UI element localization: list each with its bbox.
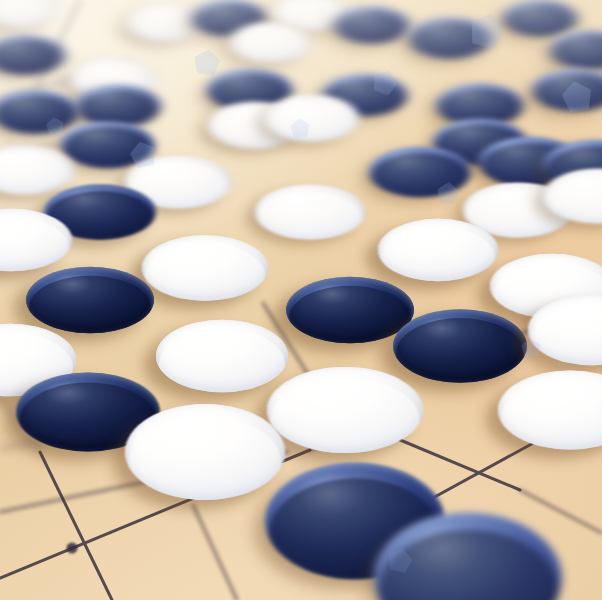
white-stone: ●: [255, 185, 365, 240]
stone-glyph: ●: [369, 147, 471, 198]
stone-glyph: ●: [0, 90, 79, 134]
black-stone: ●: [502, 0, 578, 37]
stone-glyph: ●: [156, 320, 288, 393]
stone-glyph: ●: [61, 122, 155, 169]
black-stone: ●: [334, 6, 410, 44]
black-stone: ●: [408, 17, 492, 59]
white-stone: ●: [156, 320, 288, 393]
stone-glyph: ●: [0, 0, 58, 27]
stone-glyph: ●: [265, 95, 359, 142]
stone-glyph: ●: [502, 0, 578, 37]
stone-glyph: ●: [125, 404, 285, 500]
black-stone: ●: [393, 309, 527, 383]
stone-glyph: ●: [255, 185, 365, 240]
black-stone: ●: [0, 90, 79, 134]
white-stone: ●: [125, 404, 285, 500]
black-stone: ●: [61, 122, 155, 169]
stone-glyph: ●: [127, 3, 203, 41]
white-stone: ●: [267, 367, 423, 453]
white-stone: ●: [378, 219, 498, 281]
stones-layer: ●●●●●●●●●●●●●●●●●●●●●●●●●●●●●●●●●●●●●●●●…: [0, 0, 602, 600]
white-stone: ●: [127, 3, 203, 41]
stone-glyph: ●: [0, 35, 65, 75]
stone-glyph: ●: [267, 367, 423, 453]
stone-glyph: ●: [393, 309, 527, 383]
stone-glyph: ●: [378, 219, 498, 281]
black-stone: ●: [0, 35, 65, 75]
stone-glyph: ●: [408, 17, 492, 59]
go-board-photo: ●●●●●●●●●●●●●●●●●●●●●●●●●●●●●●●●●●●●●●●●…: [0, 0, 602, 600]
stone-glyph: ●: [142, 235, 268, 301]
stone-glyph: ●: [286, 277, 414, 344]
black-stone: ●: [532, 69, 602, 112]
stone-glyph: ●: [26, 267, 154, 334]
black-stone: ●: [286, 277, 414, 344]
white-stone: ●: [0, 0, 58, 27]
white-stone: ●: [230, 22, 310, 62]
stone-glyph: ●: [498, 370, 602, 449]
stone-glyph: ●: [532, 69, 602, 112]
stone-glyph: ●: [550, 30, 602, 70]
black-stone: ●: [26, 267, 154, 334]
black-stone: ●: [550, 30, 602, 70]
black-stone: ●: [369, 147, 471, 198]
stone-glyph: ●: [334, 6, 410, 44]
stone-glyph: ●: [230, 22, 310, 62]
white-stone: ●: [498, 370, 602, 449]
white-stone: ●: [142, 235, 268, 301]
white-stone: ●: [265, 95, 359, 142]
